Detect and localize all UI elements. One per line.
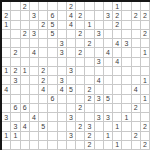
grid-cell[interactable] [48,2,57,11]
grid-cell[interactable] [39,104,48,113]
grid-cell[interactable] [113,67,122,76]
grid-cell[interactable] [113,85,122,94]
grid-cell[interactable] [141,85,150,94]
grid-cell-clue: 4 [39,85,48,94]
grid-cell[interactable] [48,113,57,122]
grid-cell[interactable] [76,58,85,67]
grid-cell[interactable] [30,132,39,141]
grid-cell[interactable] [141,39,150,48]
grid-cell[interactable] [2,122,11,131]
grid-cell[interactable] [21,85,30,94]
grid-cell[interactable] [95,39,104,48]
grid-cell[interactable] [122,2,131,11]
grid-cell[interactable] [85,2,94,11]
grid-cell-clue: 1 [21,67,30,76]
grid-cell-clue: 2 [76,11,85,20]
grid-cell-clue: 3 [122,39,131,48]
grid-cell[interactable] [39,48,48,57]
grid-cell-clue: 2 [39,67,48,76]
grid-cell[interactable] [11,21,20,30]
grid-cell[interactable] [132,58,141,67]
grid-cell[interactable] [21,76,30,85]
grid-cell[interactable] [67,58,76,67]
grid-cell[interactable] [11,141,20,150]
grid-cell[interactable] [2,95,11,104]
grid-cell[interactable] [104,104,113,113]
grid-cell[interactable] [2,104,11,113]
grid-cell[interactable] [76,132,85,141]
grid-cell-clue: 3 [58,76,67,85]
grid-cell-clue: 4 [113,58,122,67]
grid-cell-clue: 2 [11,67,20,76]
grid-cell[interactable] [48,141,57,150]
grid-cell[interactable] [39,11,48,20]
grid-cell-clue: 2 [85,132,94,141]
grid-cell[interactable] [30,122,39,131]
grid-cell[interactable] [67,76,76,85]
grid-cell[interactable] [85,58,94,67]
grid-cell[interactable] [85,11,94,20]
grid-cell[interactable] [21,39,30,48]
grid-cell[interactable] [141,58,150,67]
grid-cell-clue: 2 [76,104,85,113]
grid-cell[interactable] [48,39,57,48]
grid-cell[interactable] [2,76,11,85]
grid-cell-clue: 2 [141,141,150,150]
grid-cell[interactable] [141,21,150,30]
grid-cell[interactable] [104,58,113,67]
grid-cell-clue: 2 [113,21,122,30]
grid-cell[interactable] [132,113,141,122]
grid-cell-clue: 2 [85,39,94,48]
grid-cell[interactable] [85,113,94,122]
grid-cell[interactable] [95,132,104,141]
grid-cell[interactable] [95,21,104,30]
grid-cell[interactable] [76,2,85,11]
grid-cell-clue: 4 [132,85,141,94]
grid-cell[interactable] [67,141,76,150]
grid-cell-clue: 3 [104,11,113,20]
grid-cell[interactable] [122,11,131,20]
grid-cell-clue: 3 [85,122,94,131]
grid-cell[interactable] [39,58,48,67]
grid-cell[interactable] [113,104,122,113]
grid-cell[interactable] [11,2,20,11]
grid-cell-clue: 4 [58,85,67,94]
grid-cell[interactable] [39,113,48,122]
grid-cell-clue: 3 [58,48,67,57]
grid-cell[interactable] [122,21,131,30]
grid-cell[interactable] [104,122,113,131]
grid-cell[interactable] [104,39,113,48]
grid-cell-clue: 4 [104,48,113,57]
grid-cell[interactable] [21,21,30,30]
grid-cell-clue: 2 [141,11,150,20]
grid-cell[interactable] [132,95,141,104]
grid-cell[interactable] [30,67,39,76]
grid-cell-clue: 2 [132,104,141,113]
grid-cell[interactable] [132,39,141,48]
grid-cell[interactable] [11,95,20,104]
grid-cell[interactable] [11,30,20,39]
grid-cell-clue: 2 [21,2,30,11]
grid-cell[interactable] [58,104,67,113]
grid-cell-clue: 2 [39,76,48,85]
grid-cell-clue: 4 [67,11,76,20]
grid-cell[interactable] [95,67,104,76]
grid-cell[interactable] [48,122,57,131]
grid-cell[interactable] [58,122,67,131]
grid-cell-clue: 3 [67,67,76,76]
grid-cell[interactable] [21,141,30,150]
grid-cell[interactable] [48,76,57,85]
grid-cell-clue: 4 [67,21,76,30]
grid-cell[interactable] [104,30,113,39]
grid-cell[interactable] [48,48,57,57]
grid-cell[interactable] [67,104,76,113]
grid-cell-clue: 1 [113,141,122,150]
grid-cell[interactable] [113,132,122,141]
grid-cell-clue: 1 [2,132,11,141]
grid-cell-clue: 3 [95,113,104,122]
grid-cell-clue: 2 [76,48,85,57]
grid-cell[interactable] [141,2,150,11]
grid-cell-clue: 3 [2,113,11,122]
grid-cell[interactable] [141,113,150,122]
grid-cell[interactable] [39,30,48,39]
grid-cell[interactable] [113,95,122,104]
grid-cell[interactable] [67,30,76,39]
grid-cell[interactable] [11,58,20,67]
grid-cell-clue: 3 [30,11,39,20]
grid-cell[interactable] [30,21,39,30]
grid-cell[interactable] [85,30,94,39]
grid-cell[interactable] [95,2,104,11]
grid-cell[interactable] [132,67,141,76]
grid-cell-clue: 6 [48,11,57,20]
grid-cell-clue: 5 [39,122,48,131]
grid-cell[interactable] [132,2,141,11]
grid-cell[interactable] [85,67,94,76]
grid-cell-clue: 2 [85,141,94,150]
grid-cell[interactable] [48,132,57,141]
grid-cell[interactable] [132,21,141,30]
grid-cell-clue: 2 [67,2,76,11]
grid-cell[interactable] [58,95,67,104]
grid-cell[interactable] [85,76,94,85]
grid-cell-clue: 2 [21,30,30,39]
grid-cell-clue: 2 [39,21,48,30]
grid-cell[interactable] [104,67,113,76]
grid-cell-clue: 1 [11,132,20,141]
grid-cell[interactable] [30,141,39,150]
grid-cell[interactable] [76,95,85,104]
grid-cell[interactable] [21,11,30,20]
grid-cell[interactable] [48,58,57,67]
grid-cell-clue: 2 [11,48,20,57]
grid-cell[interactable] [122,95,131,104]
grid-cell[interactable] [122,104,131,113]
grid-cell-clue: 4 [2,85,11,94]
grid-cell-clue: 1 [141,48,150,57]
grid-cell[interactable] [39,141,48,150]
grid-cell-clue: 1 [141,76,150,85]
grid-cell[interactable] [122,85,131,94]
grid-cell[interactable] [95,85,104,94]
grid-cell[interactable] [67,122,76,131]
grid-cell[interactable] [11,39,20,48]
grid-cell[interactable] [76,76,85,85]
grid-cell-clue: 5 [104,95,113,104]
grid-cell[interactable] [122,141,131,150]
grid-cell[interactable] [67,95,76,104]
grid-cell[interactable] [95,122,104,131]
grid-cell-clue: 1 [85,21,94,30]
grid-cell[interactable] [30,76,39,85]
grid-cell-clue: 3 [95,58,104,67]
grid-cell[interactable] [95,48,104,57]
grid-cell-clue: 2 [141,122,150,131]
grid-cell[interactable] [141,104,150,113]
grid-cell[interactable] [132,30,141,39]
grid-cell[interactable] [113,76,122,85]
grid-cell-clue: 5 [48,30,57,39]
grid-cell-clue: 1 [104,132,113,141]
grid-cell-clue: 4 [30,113,39,122]
grid-cell[interactable] [104,85,113,94]
grid-cell-clue: 1 [113,122,122,131]
grid-cell[interactable] [85,48,94,57]
grid-cell[interactable] [132,122,141,131]
grid-cell-clue: 2 [113,11,122,20]
grid-cell[interactable] [39,2,48,11]
grid-cell[interactable] [132,76,141,85]
grid-cell-clue: 3 [95,95,104,104]
grid-cell[interactable] [132,48,141,57]
grid-cell-clue: 2 [85,95,94,104]
grid-cell[interactable] [2,141,11,150]
puzzle-grid: 2212364232221254122352323243243241341212… [0,0,150,150]
grid-cell[interactable] [21,95,30,104]
grid-cell[interactable] [85,104,94,113]
grid-cell-clue: 3 [67,113,76,122]
grid-cell-clue: 2 [76,122,85,131]
grid-cell-clue: 2 [132,132,141,141]
grid-cell-clue: 6 [21,104,30,113]
grid-cell[interactable] [104,76,113,85]
grid-cell-clue: 2 [76,30,85,39]
grid-cell[interactable] [122,58,131,67]
grid-cell[interactable] [113,48,122,57]
grid-cell-clue: 3 [30,30,39,39]
grid-cell[interactable] [39,95,48,104]
grid-cell[interactable] [76,67,85,76]
grid-cell[interactable] [67,39,76,48]
grid-cell[interactable] [141,67,150,76]
grid-cell[interactable] [58,113,67,122]
grid-cell-clue: 6 [11,104,20,113]
grid-cell[interactable] [21,48,30,57]
grid-cell-clue: 2 [2,11,11,20]
grid-cell[interactable] [104,141,113,150]
grid-cell[interactable] [104,2,113,11]
grid-cell[interactable] [58,11,67,20]
grid-cell[interactable] [122,48,131,57]
grid-cell-clue: 3 [104,113,113,122]
grid-cell[interactable] [39,39,48,48]
grid-cell[interactable] [30,2,39,11]
grid-cell[interactable] [21,58,30,67]
grid-cell[interactable] [95,11,104,20]
grid-cell-clue: 4 [30,48,39,57]
grid-cell[interactable] [76,113,85,122]
grid-cell-clue: 3 [11,122,20,131]
grid-cell-clue: 1 [113,2,122,11]
grid-cell[interactable] [132,141,141,150]
grid-cell[interactable] [58,141,67,150]
grid-cell-clue: 5 [67,85,76,94]
grid-cell-clue: 1 [122,113,131,122]
grid-cell-clue: 4 [113,39,122,48]
grid-cell[interactable] [95,141,104,150]
grid-cell[interactable] [11,85,20,94]
grid-cell-clue: 4 [95,76,104,85]
grid-cell[interactable] [21,132,30,141]
grid-cell[interactable] [58,30,67,39]
grid-cell[interactable] [122,30,131,39]
grid-cell[interactable] [58,58,67,67]
grid-cell[interactable] [48,85,57,94]
grid-cell[interactable] [48,104,57,113]
grid-cell[interactable] [21,113,30,122]
grid-cell[interactable] [30,85,39,94]
grid-cell[interactable] [67,48,76,57]
grid-cell-clue: 1 [2,21,11,30]
grid-cell[interactable] [76,39,85,48]
grid-cell-clue: 3 [67,132,76,141]
grid-cell[interactable] [11,113,20,122]
grid-cell[interactable] [48,67,57,76]
grid-cell[interactable] [122,122,131,131]
grid-cell[interactable] [122,132,131,141]
grid-cell[interactable] [2,58,11,67]
puzzle-page: 2212364232221254122352323243243241341212… [0,0,150,150]
grid-cell[interactable] [58,67,67,76]
grid-cell-clue: 4 [21,122,30,131]
grid-cell[interactable] [95,104,104,113]
grid-cell[interactable] [113,30,122,39]
grid-cell-clue: 6 [48,95,57,104]
grid-cell-clue: 2 [85,85,94,94]
grid-cell[interactable] [30,58,39,67]
grid-cell[interactable] [58,2,67,11]
grid-cell[interactable] [2,48,11,57]
grid-cell[interactable] [122,67,131,76]
grid-cell-clue: 1 [141,95,150,104]
grid-cell[interactable] [30,95,39,104]
grid-cell[interactable] [39,132,48,141]
grid-cell-clue: 5 [48,21,57,30]
grid-cell[interactable] [104,21,113,30]
grid-cell-clue: 1 [2,67,11,76]
grid-cell[interactable] [30,39,39,48]
grid-cell-clue: 2 [141,30,150,39]
grid-cell[interactable] [58,21,67,30]
grid-cell-clue: 3 [11,76,20,85]
grid-cell[interactable] [113,113,122,122]
grid-cell[interactable] [122,76,131,85]
grid-cell[interactable] [76,141,85,150]
grid-cell[interactable] [2,39,11,48]
grid-cell-clue: 3 [58,39,67,48]
grid-cell[interactable] [30,104,39,113]
grid-cell[interactable] [76,21,85,30]
grid-cell[interactable] [2,2,11,11]
grid-cell-clue: 2 [132,11,141,20]
grid-cell[interactable] [76,85,85,94]
grid-cell-clue: 3 [95,30,104,39]
grid-cell[interactable] [2,30,11,39]
grid-cell[interactable] [141,132,150,141]
grid-cell[interactable] [58,132,67,141]
grid-cell[interactable] [11,11,20,20]
